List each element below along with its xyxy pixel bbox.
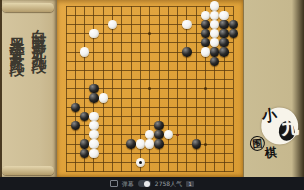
scroll-rod-bottom xyxy=(2,166,54,175)
black-stone xyxy=(182,47,191,56)
logo-char-wei: 围 xyxy=(249,135,265,151)
grid-line-h xyxy=(66,171,233,172)
white-stone xyxy=(164,130,173,139)
black-stone xyxy=(154,130,163,139)
grid-line-h xyxy=(66,107,233,108)
aux-marker xyxy=(176,134,179,137)
white-stone xyxy=(210,11,219,20)
go-broadcast-frame: 白芝野虎丸九段 黑李轩豪九段 小 九 围 棋 弹幕 2758人气 1 xyxy=(0,0,304,190)
logo-char-jiu: 九 xyxy=(280,116,299,141)
white-stone xyxy=(210,1,219,10)
black-stone xyxy=(219,47,228,56)
scroll-rod-top xyxy=(2,3,54,12)
white-stone xyxy=(201,47,210,56)
danmaku-toggle-knob xyxy=(144,181,150,187)
black-stone xyxy=(229,20,238,29)
danmaku-label[interactable]: 弹幕 xyxy=(122,181,134,187)
logo-char-qi: 棋 xyxy=(264,144,278,162)
grid-line-v xyxy=(177,6,178,172)
black-stone xyxy=(89,93,98,102)
black-stone xyxy=(192,139,201,148)
white-stone xyxy=(136,139,145,148)
white-stone xyxy=(182,20,191,29)
white-stone xyxy=(145,139,154,148)
star-point xyxy=(204,143,207,146)
white-stone xyxy=(99,93,108,102)
black-stone xyxy=(219,20,228,29)
black-stone xyxy=(71,121,80,130)
white-stone xyxy=(89,130,98,139)
black-stone xyxy=(80,112,89,121)
player-name-panel: 白芝野虎丸九段 黑李轩豪九段 xyxy=(0,0,57,177)
white-player-label: 白芝野虎丸九段 xyxy=(29,17,49,175)
danmaku-icon xyxy=(110,180,118,187)
white-stone xyxy=(89,121,98,130)
black-stone xyxy=(154,139,163,148)
black-stone xyxy=(80,149,89,158)
black-stone xyxy=(89,84,98,93)
white-stone xyxy=(89,149,98,158)
white-stone xyxy=(89,139,98,148)
star-point xyxy=(148,87,151,90)
grid-line-h xyxy=(66,162,233,163)
white-stone xyxy=(89,112,98,121)
black-stone xyxy=(80,139,89,148)
black-stone xyxy=(229,29,238,38)
logo-char-xiao: 小 xyxy=(261,106,278,126)
white-stone xyxy=(210,20,219,29)
black-stone xyxy=(210,57,219,66)
last-move-marker xyxy=(139,161,142,164)
grid-line-v xyxy=(186,6,187,172)
black-stone xyxy=(201,20,210,29)
danmaku-toggle[interactable] xyxy=(138,180,151,187)
white-stone xyxy=(201,11,210,20)
xiaojiu-weiqi-logo: 小 九 围 棋 xyxy=(245,93,304,174)
white-stone xyxy=(219,11,228,20)
black-stone xyxy=(154,121,163,130)
black-stone xyxy=(126,139,135,148)
white-stone xyxy=(210,29,219,38)
white-stone xyxy=(210,38,219,47)
black-player-label: 黑李轩豪九段 xyxy=(7,25,27,175)
black-stone xyxy=(219,38,228,47)
go-board xyxy=(57,0,243,177)
star-point xyxy=(204,87,207,90)
black-stone xyxy=(71,103,80,112)
white-stone xyxy=(80,47,89,56)
black-stone xyxy=(210,47,219,56)
grid-line-v xyxy=(168,6,169,172)
white-stone xyxy=(145,130,154,139)
black-stone xyxy=(201,29,210,38)
viewer-badge[interactable]: 1 xyxy=(186,181,194,187)
white-stone xyxy=(108,20,117,29)
player-control-bar: 弹幕 2758人气 1 xyxy=(0,177,304,190)
star-point xyxy=(148,32,151,35)
black-stone xyxy=(219,29,228,38)
black-stone xyxy=(201,38,210,47)
viewer-count: 2758人气 xyxy=(155,181,182,187)
white-stone xyxy=(89,29,98,38)
